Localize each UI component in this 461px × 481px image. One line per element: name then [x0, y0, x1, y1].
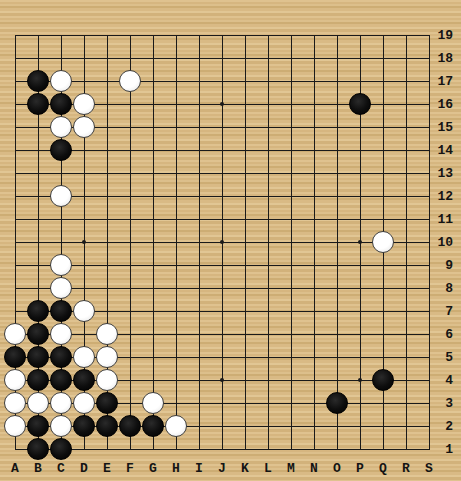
row-label: 13 — [430, 162, 455, 185]
white-stone — [4, 323, 26, 345]
column-label: G — [142, 457, 165, 480]
black-stone — [73, 415, 95, 437]
white-stone — [73, 346, 95, 368]
black-stone — [50, 346, 72, 368]
column-label: C — [50, 457, 73, 480]
column-label: J — [211, 457, 234, 480]
black-stone — [50, 139, 72, 161]
row-label: 19 — [430, 24, 455, 47]
black-stone — [27, 70, 49, 92]
black-stone — [73, 369, 95, 391]
column-label: H — [165, 457, 188, 480]
row-labels: 19181716151413121110987654321 — [430, 24, 455, 461]
white-stone — [119, 70, 141, 92]
row-label: 4 — [430, 369, 455, 392]
column-label: K — [234, 457, 257, 480]
white-stone — [27, 392, 49, 414]
white-stone — [50, 70, 72, 92]
star-point — [358, 240, 362, 244]
white-stone — [73, 392, 95, 414]
star-point — [358, 378, 362, 382]
white-stone — [96, 369, 118, 391]
white-stone — [50, 392, 72, 414]
row-label: 11 — [430, 208, 455, 231]
row-label: 17 — [430, 70, 455, 93]
star-point — [220, 102, 224, 106]
white-stone — [4, 415, 26, 437]
column-label: D — [73, 457, 96, 480]
row-label: 3 — [430, 392, 455, 415]
column-label: B — [27, 457, 50, 480]
white-stone — [50, 277, 72, 299]
white-stone — [4, 392, 26, 414]
black-stone — [349, 93, 371, 115]
white-stone — [50, 415, 72, 437]
black-stone — [372, 369, 394, 391]
row-label: 16 — [430, 93, 455, 116]
white-stone — [142, 392, 164, 414]
column-label: A — [4, 457, 27, 480]
row-label: 7 — [430, 300, 455, 323]
black-stone — [27, 346, 49, 368]
column-label: R — [395, 457, 418, 480]
column-label: Q — [372, 457, 395, 480]
black-stone — [119, 415, 141, 437]
row-label: 14 — [430, 139, 455, 162]
black-stone — [326, 392, 348, 414]
star-point — [220, 240, 224, 244]
row-label: 15 — [430, 116, 455, 139]
column-label: O — [326, 457, 349, 480]
white-stone — [50, 116, 72, 138]
row-label: 9 — [430, 254, 455, 277]
white-stone — [73, 116, 95, 138]
column-labels: ABCDEFGHIJKLMNOPQRS — [4, 457, 441, 480]
row-label: 10 — [430, 231, 455, 254]
black-stone — [50, 300, 72, 322]
white-stone — [372, 231, 394, 253]
star-point — [220, 378, 224, 382]
black-stone — [27, 415, 49, 437]
black-stone — [27, 438, 49, 460]
black-stone — [27, 93, 49, 115]
white-stone — [50, 323, 72, 345]
white-stone — [50, 185, 72, 207]
column-label: P — [349, 457, 372, 480]
star-point — [82, 240, 86, 244]
column-label: E — [96, 457, 119, 480]
row-label: 12 — [430, 185, 455, 208]
white-stone — [73, 300, 95, 322]
column-label: I — [188, 457, 211, 480]
black-stone — [142, 415, 164, 437]
column-label: F — [119, 457, 142, 480]
row-label: 18 — [430, 47, 455, 70]
black-stone — [4, 346, 26, 368]
row-label: 8 — [430, 277, 455, 300]
black-stone — [50, 93, 72, 115]
white-stone — [96, 323, 118, 345]
black-stone — [27, 323, 49, 345]
black-stone — [50, 369, 72, 391]
column-label: N — [303, 457, 326, 480]
white-stone — [4, 369, 26, 391]
go-board[interactable]: ABCDEFGHIJKLMNOPQRS 19181716151413121110… — [0, 0, 461, 481]
column-label: L — [257, 457, 280, 480]
row-label: 6 — [430, 323, 455, 346]
white-stone — [73, 93, 95, 115]
black-stone — [96, 415, 118, 437]
row-label: 1 — [430, 438, 455, 461]
white-stone — [96, 346, 118, 368]
row-label: 2 — [430, 415, 455, 438]
black-stone — [27, 300, 49, 322]
black-stone — [27, 369, 49, 391]
column-label: M — [280, 457, 303, 480]
white-stone — [50, 254, 72, 276]
row-label: 5 — [430, 346, 455, 369]
white-stone — [165, 415, 187, 437]
black-stone — [96, 392, 118, 414]
black-stone — [50, 438, 72, 460]
